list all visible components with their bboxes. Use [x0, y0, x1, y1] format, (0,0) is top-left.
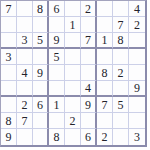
- cell-r8c6-empty[interactable]: [81, 113, 97, 129]
- cell-r7c8-given: 5: [113, 97, 129, 113]
- cell-r1c7-empty[interactable]: [97, 1, 113, 17]
- cell-r1c3-given: 8: [33, 1, 49, 17]
- cell-r9c8-empty[interactable]: [113, 129, 129, 145]
- cell-r5c8-given: 2: [113, 65, 129, 81]
- cell-r8c9-empty[interactable]: [129, 113, 145, 129]
- cell-r4c7-empty[interactable]: [97, 49, 113, 65]
- cell-r7c7-given: 7: [97, 97, 113, 113]
- cell-r6c9-given: 9: [129, 81, 145, 97]
- cell-r3c6-given: 7: [81, 33, 97, 49]
- cell-r2c5-given: 1: [65, 17, 81, 33]
- cell-r3c9-empty[interactable]: [129, 33, 145, 49]
- cell-r5c9-empty[interactable]: [129, 65, 145, 81]
- cell-r4c2-empty[interactable]: [17, 49, 33, 65]
- cell-r7c9-empty[interactable]: [129, 97, 145, 113]
- cell-r6c7-empty[interactable]: [97, 81, 113, 97]
- cell-r9c1-given: 9: [1, 129, 17, 145]
- cell-r2c7-empty[interactable]: [97, 17, 113, 33]
- cell-r8c7-empty[interactable]: [97, 113, 113, 129]
- cell-r2c6-empty[interactable]: [81, 17, 97, 33]
- cell-r5c5-empty[interactable]: [65, 65, 81, 81]
- cell-r5c6-empty[interactable]: [81, 65, 97, 81]
- cell-r9c5-empty[interactable]: [65, 129, 81, 145]
- cell-r6c8-empty[interactable]: [113, 81, 129, 97]
- cell-r6c3-empty[interactable]: [33, 81, 49, 97]
- cell-r3c3-given: 5: [33, 33, 49, 49]
- cell-r8c3-empty[interactable]: [33, 113, 49, 129]
- cell-r8c8-empty[interactable]: [113, 113, 129, 129]
- cell-r4c5-empty[interactable]: [65, 49, 81, 65]
- cell-r1c5-empty[interactable]: [65, 1, 81, 17]
- sudoku-board: 786241723597183549824926197587298623: [0, 0, 147, 147]
- cell-r4c3-empty[interactable]: [33, 49, 49, 65]
- cell-r7c1-empty[interactable]: [1, 97, 17, 113]
- cell-r2c9-given: 2: [129, 17, 145, 33]
- cell-r9c9-given: 3: [129, 129, 145, 145]
- cell-r1c8-empty[interactable]: [113, 1, 129, 17]
- cell-r7c5-empty[interactable]: [65, 97, 81, 113]
- cell-r8c2-given: 7: [17, 113, 33, 129]
- cell-r9c3-empty[interactable]: [33, 129, 49, 145]
- cell-r5c2-given: 4: [17, 65, 33, 81]
- cell-r5c4-empty[interactable]: [49, 65, 65, 81]
- cell-r2c1-empty[interactable]: [1, 17, 17, 33]
- cell-r3c2-given: 3: [17, 33, 33, 49]
- cell-r4c4-given: 5: [49, 49, 65, 65]
- cell-r6c6-given: 4: [81, 81, 97, 97]
- cell-r6c2-empty[interactable]: [17, 81, 33, 97]
- cell-r4c8-empty[interactable]: [113, 49, 129, 65]
- cell-r1c9-given: 4: [129, 1, 145, 17]
- cell-r3c8-given: 8: [113, 33, 129, 49]
- cell-r1c2-empty[interactable]: [17, 1, 33, 17]
- cell-r9c2-empty[interactable]: [17, 129, 33, 145]
- cell-r1c1-given: 7: [1, 1, 17, 17]
- cell-r9c4-given: 8: [49, 129, 65, 145]
- cell-r8c5-given: 2: [65, 113, 81, 129]
- cell-r9c7-given: 2: [97, 129, 113, 145]
- cell-r8c1-given: 8: [1, 113, 17, 129]
- cell-r3c4-given: 9: [49, 33, 65, 49]
- cell-r5c1-empty[interactable]: [1, 65, 17, 81]
- cell-r7c4-given: 1: [49, 97, 65, 113]
- cell-r4c1-given: 3: [1, 49, 17, 65]
- cell-r7c6-given: 9: [81, 97, 97, 113]
- cell-r1c4-given: 6: [49, 1, 65, 17]
- cell-r6c5-empty[interactable]: [65, 81, 81, 97]
- cell-r4c9-empty[interactable]: [129, 49, 145, 65]
- cell-r2c8-given: 7: [113, 17, 129, 33]
- cell-r9c6-given: 6: [81, 129, 97, 145]
- cell-r8c4-empty[interactable]: [49, 113, 65, 129]
- cell-r2c4-empty[interactable]: [49, 17, 65, 33]
- cell-r3c7-given: 1: [97, 33, 113, 49]
- cell-r2c2-empty[interactable]: [17, 17, 33, 33]
- cell-r7c2-given: 2: [17, 97, 33, 113]
- cell-r4c6-empty[interactable]: [81, 49, 97, 65]
- cell-r5c7-given: 8: [97, 65, 113, 81]
- cell-r2c3-empty[interactable]: [33, 17, 49, 33]
- cell-r6c4-empty[interactable]: [49, 81, 65, 97]
- cell-r3c5-empty[interactable]: [65, 33, 81, 49]
- cell-r6c1-empty[interactable]: [1, 81, 17, 97]
- cell-r3c1-empty[interactable]: [1, 33, 17, 49]
- cell-r1c6-given: 2: [81, 1, 97, 17]
- cell-r7c3-given: 6: [33, 97, 49, 113]
- cell-r5c3-given: 9: [33, 65, 49, 81]
